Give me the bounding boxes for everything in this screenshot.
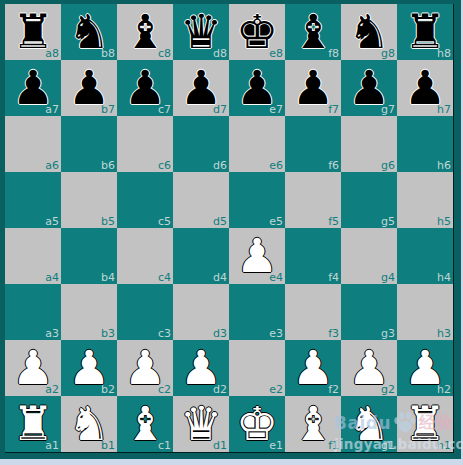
- square-label-e4: e4: [269, 271, 283, 284]
- square-d1[interactable]: ♛d1: [173, 396, 229, 452]
- square-label-g8: g8: [381, 47, 395, 60]
- square-label-g5: g5: [381, 215, 395, 228]
- chess-app-window: ♜a8♞b8♝c8♛d8♚e8♝f8♞g8♜h8♟a7♟b7♟c7♟d7♟e7♟…: [0, 0, 463, 465]
- square-label-e3: e3: [269, 327, 283, 340]
- square-a3[interactable]: a3: [5, 284, 61, 340]
- square-label-c7: c7: [158, 103, 171, 116]
- square-d4[interactable]: d4: [173, 228, 229, 284]
- square-label-g7: g7: [381, 103, 395, 116]
- square-label-b2: b2: [101, 383, 115, 396]
- square-label-a7: a7: [45, 103, 59, 116]
- square-d2[interactable]: ♟d2: [173, 340, 229, 396]
- square-g6[interactable]: g6: [341, 116, 397, 172]
- square-label-f2: f2: [328, 383, 339, 396]
- square-label-e8: e8: [269, 47, 283, 60]
- square-d6[interactable]: d6: [173, 116, 229, 172]
- square-c6[interactable]: c6: [117, 116, 173, 172]
- square-label-h8: h8: [437, 47, 451, 60]
- square-label-e5: e5: [269, 215, 283, 228]
- square-label-g4: g4: [381, 271, 395, 284]
- square-e8[interactable]: ♚e8: [229, 4, 285, 60]
- square-b2[interactable]: ♟b2: [61, 340, 117, 396]
- square-label-f4: f4: [328, 271, 339, 284]
- square-label-a2: a2: [45, 383, 59, 396]
- square-c1[interactable]: ♝c1: [117, 396, 173, 452]
- square-c5[interactable]: c5: [117, 172, 173, 228]
- square-f1[interactable]: ♝f1: [285, 396, 341, 452]
- square-e5[interactable]: e5: [229, 172, 285, 228]
- square-b5[interactable]: b5: [61, 172, 117, 228]
- square-label-h5: h5: [437, 215, 451, 228]
- square-label-c4: c4: [158, 271, 171, 284]
- square-e2[interactable]: e2: [229, 340, 285, 396]
- square-label-a3: a3: [45, 327, 59, 340]
- square-b4[interactable]: b4: [61, 228, 117, 284]
- square-label-c8: c8: [158, 47, 171, 60]
- square-label-f5: f5: [328, 215, 339, 228]
- square-label-d5: d5: [213, 215, 227, 228]
- square-c7[interactable]: ♟c7: [117, 60, 173, 116]
- square-label-b5: b5: [101, 215, 115, 228]
- square-a7[interactable]: ♟a7: [5, 60, 61, 116]
- square-label-d1: d1: [213, 439, 227, 452]
- square-label-h7: h7: [437, 103, 451, 116]
- square-label-g1: g1: [381, 439, 395, 452]
- square-label-d7: d7: [213, 103, 227, 116]
- square-label-b3: b3: [101, 327, 115, 340]
- square-label-b4: b4: [101, 271, 115, 284]
- square-g2[interactable]: ♟g2: [341, 340, 397, 396]
- square-label-f6: f6: [328, 159, 339, 172]
- square-label-b6: b6: [101, 159, 115, 172]
- square-a4[interactable]: a4: [5, 228, 61, 284]
- square-label-g3: g3: [381, 327, 395, 340]
- square-label-b8: b8: [101, 47, 115, 60]
- square-label-g6: g6: [381, 159, 395, 172]
- square-b3[interactable]: b3: [61, 284, 117, 340]
- square-label-a5: a5: [45, 215, 59, 228]
- square-f5[interactable]: f5: [285, 172, 341, 228]
- square-d7[interactable]: ♟d7: [173, 60, 229, 116]
- square-label-h1: h1: [437, 439, 451, 452]
- square-label-g2: g2: [381, 383, 395, 396]
- chess-board: ♜a8♞b8♝c8♛d8♚e8♝f8♞g8♜h8♟a7♟b7♟c7♟d7♟e7♟…: [5, 4, 454, 453]
- square-d3[interactable]: d3: [173, 284, 229, 340]
- square-b8[interactable]: ♞b8: [61, 4, 117, 60]
- square-h4[interactable]: h4: [397, 228, 453, 284]
- square-label-e1: e1: [269, 439, 283, 452]
- square-f2[interactable]: ♟f2: [285, 340, 341, 396]
- square-f3[interactable]: f3: [285, 284, 341, 340]
- square-c2[interactable]: ♟c2: [117, 340, 173, 396]
- square-b7[interactable]: ♟b7: [61, 60, 117, 116]
- square-a2[interactable]: ♟a2: [5, 340, 61, 396]
- square-h3[interactable]: h3: [397, 284, 453, 340]
- square-g7[interactable]: ♟g7: [341, 60, 397, 116]
- square-h2[interactable]: ♟h2: [397, 340, 453, 396]
- square-h6[interactable]: h6: [397, 116, 453, 172]
- board-frame: ♜a8♞b8♝c8♛d8♚e8♝f8♞g8♜h8♟a7♟b7♟c7♟d7♟e7♟…: [0, 0, 461, 459]
- square-label-d6: d6: [213, 159, 227, 172]
- square-label-a8: a8: [45, 47, 59, 60]
- square-label-d4: d4: [213, 271, 227, 284]
- square-e3[interactable]: e3: [229, 284, 285, 340]
- square-label-d8: d8: [213, 47, 227, 60]
- square-label-c1: c1: [158, 439, 171, 452]
- square-label-h6: h6: [437, 159, 451, 172]
- square-label-c6: c6: [158, 159, 171, 172]
- square-label-f1: f1: [328, 439, 339, 452]
- square-e1[interactable]: ♚e1: [229, 396, 285, 452]
- square-label-b7: b7: [101, 103, 115, 116]
- square-d8[interactable]: ♛d8: [173, 4, 229, 60]
- square-f6[interactable]: f6: [285, 116, 341, 172]
- square-b1[interactable]: ♞b1: [61, 396, 117, 452]
- square-label-h2: h2: [437, 383, 451, 396]
- square-b6[interactable]: b6: [61, 116, 117, 172]
- square-g4[interactable]: g4: [341, 228, 397, 284]
- square-label-h4: h4: [437, 271, 451, 284]
- square-h7[interactable]: ♟h7: [397, 60, 453, 116]
- square-a1[interactable]: ♜a1: [5, 396, 61, 452]
- square-c8[interactable]: ♝c8: [117, 4, 173, 60]
- square-label-d2: d2: [213, 383, 227, 396]
- square-c4[interactable]: c4: [117, 228, 173, 284]
- square-e6[interactable]: e6: [229, 116, 285, 172]
- square-label-f8: f8: [328, 47, 339, 60]
- square-label-a6: a6: [45, 159, 59, 172]
- square-g3[interactable]: g3: [341, 284, 397, 340]
- square-e4[interactable]: ♟e4: [229, 228, 285, 284]
- square-c3[interactable]: c3: [117, 284, 173, 340]
- square-label-e2: e2: [269, 383, 283, 396]
- square-label-d3: d3: [213, 327, 227, 340]
- square-g5[interactable]: g5: [341, 172, 397, 228]
- square-label-c5: c5: [158, 215, 171, 228]
- square-label-f3: f3: [328, 327, 339, 340]
- square-h5[interactable]: h5: [397, 172, 453, 228]
- square-label-a1: a1: [45, 439, 59, 452]
- square-a6[interactable]: a6: [5, 116, 61, 172]
- square-label-c2: c2: [158, 383, 171, 396]
- square-a8[interactable]: ♜a8: [5, 4, 61, 60]
- square-label-h3: h3: [437, 327, 451, 340]
- square-a5[interactable]: a5: [5, 172, 61, 228]
- square-label-e7: e7: [269, 103, 283, 116]
- square-d5[interactable]: d5: [173, 172, 229, 228]
- square-label-e6: e6: [269, 159, 283, 172]
- square-e7[interactable]: ♟e7: [229, 60, 285, 116]
- square-h8[interactable]: ♜h8: [397, 4, 453, 60]
- square-f7[interactable]: ♟f7: [285, 60, 341, 116]
- square-h1[interactable]: ♜h1: [397, 396, 453, 452]
- square-label-c3: c3: [158, 327, 171, 340]
- square-g8[interactable]: ♞g8: [341, 4, 397, 60]
- square-g1[interactable]: ♞g1: [341, 396, 397, 452]
- square-label-a4: a4: [45, 271, 59, 284]
- square-label-b1: b1: [101, 439, 115, 452]
- square-f8[interactable]: ♝f8: [285, 4, 341, 60]
- square-label-f7: f7: [328, 103, 339, 116]
- square-f4[interactable]: f4: [285, 228, 341, 284]
